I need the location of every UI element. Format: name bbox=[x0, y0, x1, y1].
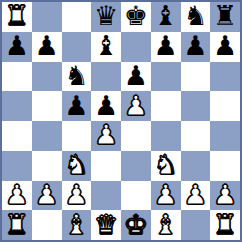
piece-black-knight[interactable]: ♞ bbox=[183, 2, 207, 29]
square-c6[interactable]: ♞ bbox=[62, 62, 92, 92]
piece-black-pawn[interactable]: ♟ bbox=[94, 92, 118, 119]
piece-white-pawn[interactable]: ♟ bbox=[213, 181, 237, 208]
square-d6[interactable] bbox=[91, 62, 121, 92]
piece-white-pawn[interactable]: ♟ bbox=[5, 181, 29, 208]
piece-black-pawn[interactable]: ♟ bbox=[5, 32, 29, 59]
square-a5[interactable] bbox=[2, 91, 32, 121]
square-g8[interactable]: ♞ bbox=[181, 2, 211, 32]
piece-black-rook[interactable]: ♜ bbox=[213, 2, 237, 29]
square-g7[interactable]: ♟ bbox=[181, 32, 211, 62]
piece-black-queen[interactable]: ♛ bbox=[94, 2, 118, 29]
square-d1[interactable]: ♛ bbox=[91, 210, 121, 240]
piece-black-pawn[interactable]: ♟ bbox=[35, 32, 59, 59]
piece-black-knight[interactable]: ♞ bbox=[64, 62, 88, 89]
square-c3[interactable]: ♞ bbox=[62, 151, 92, 181]
square-d3[interactable] bbox=[91, 151, 121, 181]
piece-white-pawn[interactable]: ♟ bbox=[64, 181, 88, 208]
piece-white-pawn[interactable]: ♟ bbox=[183, 181, 207, 208]
square-d7[interactable]: ♝ bbox=[91, 32, 121, 62]
square-e4[interactable] bbox=[121, 121, 151, 151]
square-d8[interactable]: ♛ bbox=[91, 2, 121, 32]
square-a8[interactable]: ♜ bbox=[2, 2, 32, 32]
piece-black-pawn[interactable]: ♟ bbox=[124, 62, 148, 89]
square-f2[interactable]: ♟ bbox=[151, 181, 181, 211]
square-c1[interactable]: ♝ bbox=[62, 210, 92, 240]
square-d5[interactable]: ♟ bbox=[91, 91, 121, 121]
square-a2[interactable]: ♟ bbox=[2, 181, 32, 211]
piece-white-pawn[interactable]: ♟ bbox=[94, 121, 118, 148]
piece-white-queen[interactable]: ♛ bbox=[94, 211, 118, 238]
square-d4[interactable]: ♟ bbox=[91, 121, 121, 151]
square-a1[interactable]: ♜ bbox=[2, 210, 32, 240]
chess-board: ♜♛♚♝♞♜♟♟♝♟♟♟♞♟♟♟♟♟♞♞♟♟♟♟♟♟♜♝♛♚♝♜ bbox=[0, 0, 242, 242]
chess-board-grid: ♜♛♚♝♞♜♟♟♝♟♟♟♞♟♟♟♟♟♞♞♟♟♟♟♟♟♜♝♛♚♝♜ bbox=[0, 0, 242, 242]
square-g4[interactable] bbox=[181, 121, 211, 151]
square-e2[interactable] bbox=[121, 181, 151, 211]
square-h3[interactable] bbox=[210, 151, 240, 181]
square-e7[interactable] bbox=[121, 32, 151, 62]
square-c8[interactable] bbox=[62, 2, 92, 32]
piece-white-rook[interactable]: ♜ bbox=[5, 211, 29, 238]
square-g5[interactable] bbox=[181, 91, 211, 121]
square-g1[interactable] bbox=[181, 210, 211, 240]
piece-white-knight[interactable]: ♞ bbox=[154, 151, 178, 178]
square-g6[interactable] bbox=[181, 62, 211, 92]
piece-white-pawn[interactable]: ♟ bbox=[154, 181, 178, 208]
piece-black-bishop[interactable]: ♝ bbox=[94, 32, 118, 59]
square-f7[interactable]: ♟ bbox=[151, 32, 181, 62]
piece-white-rook[interactable]: ♜ bbox=[5, 2, 29, 29]
square-f4[interactable] bbox=[151, 121, 181, 151]
square-e8[interactable]: ♚ bbox=[121, 2, 151, 32]
square-b7[interactable]: ♟ bbox=[32, 32, 62, 62]
square-b3[interactable] bbox=[32, 151, 62, 181]
piece-white-rook[interactable]: ♜ bbox=[213, 211, 237, 238]
piece-black-pawn[interactable]: ♟ bbox=[64, 92, 88, 119]
piece-black-pawn[interactable]: ♟ bbox=[154, 32, 178, 59]
square-f5[interactable] bbox=[151, 91, 181, 121]
square-f1[interactable]: ♝ bbox=[151, 210, 181, 240]
piece-white-king[interactable]: ♚ bbox=[124, 211, 148, 238]
square-b8[interactable] bbox=[32, 2, 62, 32]
piece-white-bishop[interactable]: ♝ bbox=[64, 211, 88, 238]
piece-white-bishop[interactable]: ♝ bbox=[154, 211, 178, 238]
square-a3[interactable] bbox=[2, 151, 32, 181]
square-b5[interactable] bbox=[32, 91, 62, 121]
square-e5[interactable]: ♟ bbox=[121, 91, 151, 121]
square-h4[interactable] bbox=[210, 121, 240, 151]
square-e3[interactable] bbox=[121, 151, 151, 181]
piece-black-pawn[interactable]: ♟ bbox=[183, 32, 207, 59]
piece-white-knight[interactable]: ♞ bbox=[64, 151, 88, 178]
square-g2[interactable]: ♟ bbox=[181, 181, 211, 211]
piece-black-king[interactable]: ♚ bbox=[124, 2, 148, 29]
square-f8[interactable]: ♝ bbox=[151, 2, 181, 32]
square-h6[interactable] bbox=[210, 62, 240, 92]
square-c5[interactable]: ♟ bbox=[62, 91, 92, 121]
square-h5[interactable] bbox=[210, 91, 240, 121]
square-h1[interactable]: ♜ bbox=[210, 210, 240, 240]
piece-white-pawn[interactable]: ♟ bbox=[35, 181, 59, 208]
square-b1[interactable] bbox=[32, 210, 62, 240]
square-d2[interactable] bbox=[91, 181, 121, 211]
square-e1[interactable]: ♚ bbox=[121, 210, 151, 240]
square-h2[interactable]: ♟ bbox=[210, 181, 240, 211]
square-e6[interactable]: ♟ bbox=[121, 62, 151, 92]
square-c7[interactable] bbox=[62, 32, 92, 62]
square-g3[interactable] bbox=[181, 151, 211, 181]
square-c4[interactable] bbox=[62, 121, 92, 151]
square-f3[interactable]: ♞ bbox=[151, 151, 181, 181]
square-f6[interactable] bbox=[151, 62, 181, 92]
square-h8[interactable]: ♜ bbox=[210, 2, 240, 32]
square-b2[interactable]: ♟ bbox=[32, 181, 62, 211]
square-a7[interactable]: ♟ bbox=[2, 32, 32, 62]
piece-black-bishop[interactable]: ♝ bbox=[154, 2, 178, 29]
square-b6[interactable] bbox=[32, 62, 62, 92]
square-a6[interactable] bbox=[2, 62, 32, 92]
square-h7[interactable]: ♟ bbox=[210, 32, 240, 62]
square-b4[interactable] bbox=[32, 121, 62, 151]
square-a4[interactable] bbox=[2, 121, 32, 151]
square-c2[interactable]: ♟ bbox=[62, 181, 92, 211]
piece-black-pawn[interactable]: ♟ bbox=[213, 32, 237, 59]
piece-white-pawn[interactable]: ♟ bbox=[124, 92, 148, 119]
